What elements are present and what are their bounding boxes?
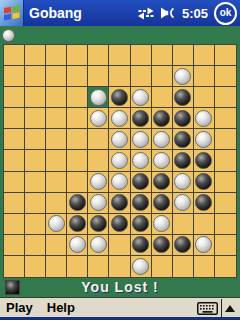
board-cell[interactable] xyxy=(67,66,88,87)
board-cell[interactable] xyxy=(131,235,152,256)
white-stone xyxy=(153,152,170,169)
board-cell[interactable] xyxy=(215,235,236,256)
app-title: Gobang xyxy=(29,0,82,26)
board-cell[interactable] xyxy=(88,150,109,171)
start-menu-button[interactable] xyxy=(0,0,24,26)
menu-play[interactable]: Play xyxy=(6,300,33,315)
board-cell[interactable] xyxy=(88,66,109,87)
board-cell[interactable] xyxy=(4,87,25,108)
board-cell[interactable] xyxy=(46,87,67,108)
board-cell[interactable] xyxy=(46,129,67,150)
board-cell[interactable] xyxy=(88,235,109,256)
board-grid xyxy=(3,44,237,278)
black-stone xyxy=(174,110,191,127)
white-stone xyxy=(90,89,107,106)
white-stone xyxy=(111,173,128,190)
white-stone xyxy=(174,68,191,85)
board-cell[interactable] xyxy=(194,108,215,129)
board-cell[interactable] xyxy=(152,172,173,193)
black-stone xyxy=(174,152,191,169)
board-cell[interactable] xyxy=(4,66,25,87)
black-stone xyxy=(153,236,170,253)
white-stone xyxy=(90,194,107,211)
menu-help[interactable]: Help xyxy=(47,300,75,315)
black-stone xyxy=(195,194,212,211)
ok-button[interactable]: ok xyxy=(214,2,237,25)
board-cell[interactable] xyxy=(25,256,46,277)
board-cell[interactable] xyxy=(131,108,152,129)
board-cell[interactable] xyxy=(88,193,109,214)
game-area: You Lost ! xyxy=(0,26,240,297)
board-cell[interactable] xyxy=(67,172,88,193)
board-cell[interactable] xyxy=(131,66,152,87)
board-cell[interactable] xyxy=(109,87,130,108)
board-cell[interactable] xyxy=(4,214,25,235)
white-stone xyxy=(153,215,170,232)
menubar-divider xyxy=(221,299,222,317)
board-cell[interactable] xyxy=(88,172,109,193)
speaker-icon[interactable] xyxy=(161,6,176,20)
board-cell[interactable] xyxy=(173,150,194,171)
black-stone xyxy=(111,89,128,106)
white-stone xyxy=(195,110,212,127)
black-stone xyxy=(195,173,212,190)
board-cell[interactable] xyxy=(4,256,25,277)
board-cell[interactable] xyxy=(109,66,130,87)
board-cell[interactable] xyxy=(67,256,88,277)
white-stone xyxy=(132,131,149,148)
board-cell[interactable] xyxy=(215,129,236,150)
black-stone xyxy=(132,215,149,232)
input-panel-caret-icon[interactable] xyxy=(225,305,235,312)
board-cell[interactable] xyxy=(194,87,215,108)
board-cell[interactable] xyxy=(215,87,236,108)
black-stone xyxy=(132,194,149,211)
board-cell[interactable] xyxy=(25,193,46,214)
windows-flag-icon xyxy=(3,5,21,21)
board-cell[interactable] xyxy=(152,150,173,171)
black-stone xyxy=(195,152,212,169)
board-cell[interactable] xyxy=(152,193,173,214)
board-cell[interactable] xyxy=(88,45,109,66)
board-cell[interactable] xyxy=(215,150,236,171)
white-stone xyxy=(153,131,170,148)
white-stone xyxy=(111,131,128,148)
board-cell[interactable] xyxy=(46,66,67,87)
board-cell[interactable] xyxy=(215,193,236,214)
white-stone xyxy=(111,152,128,169)
white-stone xyxy=(132,258,149,275)
white-stone xyxy=(48,215,65,232)
board-cell[interactable] xyxy=(109,235,130,256)
board-cell[interactable] xyxy=(4,150,25,171)
board-cell[interactable] xyxy=(131,214,152,235)
black-stone xyxy=(69,215,86,232)
white-stone xyxy=(90,110,107,127)
board-cell[interactable] xyxy=(215,108,236,129)
board-cell[interactable] xyxy=(173,66,194,87)
black-stone xyxy=(90,215,107,232)
board-cell[interactable] xyxy=(131,256,152,277)
navbar: Gobang 5:05 ok xyxy=(0,0,240,26)
board-cell[interactable] xyxy=(131,172,152,193)
board-cell[interactable] xyxy=(109,129,130,150)
board-cell[interactable] xyxy=(67,45,88,66)
black-stone xyxy=(69,194,86,211)
board-cell[interactable] xyxy=(152,129,173,150)
board-cell[interactable] xyxy=(67,193,88,214)
board-cell[interactable] xyxy=(173,235,194,256)
board-cell[interactable] xyxy=(173,129,194,150)
board-cell[interactable] xyxy=(215,256,236,277)
board-cell[interactable] xyxy=(109,108,130,129)
board-cell[interactable] xyxy=(109,45,130,66)
black-stone xyxy=(174,89,191,106)
black-stone xyxy=(153,194,170,211)
board-cell[interactable] xyxy=(194,129,215,150)
white-stone xyxy=(90,236,107,253)
board-cell[interactable] xyxy=(109,172,130,193)
black-stone xyxy=(153,110,170,127)
board-cell[interactable] xyxy=(67,214,88,235)
white-stone xyxy=(69,236,86,253)
board-cell[interactable] xyxy=(152,45,173,66)
board-cell[interactable] xyxy=(88,87,109,108)
board-cell[interactable] xyxy=(173,193,194,214)
board-cell[interactable] xyxy=(131,129,152,150)
board-cell[interactable] xyxy=(67,87,88,108)
board-cell[interactable] xyxy=(4,108,25,129)
board-cell[interactable] xyxy=(194,193,215,214)
black-stone xyxy=(174,236,191,253)
board-cell[interactable] xyxy=(67,129,88,150)
board-cell[interactable] xyxy=(173,87,194,108)
white-stone xyxy=(195,236,212,253)
board-cell[interactable] xyxy=(88,256,109,277)
board-cell[interactable] xyxy=(25,108,46,129)
board-cell[interactable] xyxy=(46,172,67,193)
board-cell[interactable] xyxy=(46,45,67,66)
board-cell[interactable] xyxy=(173,214,194,235)
board-cell[interactable] xyxy=(88,214,109,235)
status-bar: You Lost ! xyxy=(0,278,240,297)
board-cell[interactable] xyxy=(109,214,130,235)
board-cell[interactable] xyxy=(46,256,67,277)
white-stone xyxy=(111,110,128,127)
white-stone xyxy=(174,194,191,211)
black-stone xyxy=(132,236,149,253)
black-stone xyxy=(153,173,170,190)
board-cell[interactable] xyxy=(131,87,152,108)
board-cell[interactable] xyxy=(4,193,25,214)
board-cell[interactable] xyxy=(194,256,215,277)
board-cell[interactable] xyxy=(25,45,46,66)
board-cell[interactable] xyxy=(4,172,25,193)
black-stone xyxy=(174,131,191,148)
status-message: You Lost ! xyxy=(0,278,240,297)
board-cell[interactable] xyxy=(173,172,194,193)
board-cell[interactable] xyxy=(25,129,46,150)
board-cell[interactable] xyxy=(194,66,215,87)
computer-side-white-stone-indicator xyxy=(2,29,15,42)
board-cell[interactable] xyxy=(152,108,173,129)
black-stone xyxy=(132,110,149,127)
board-cell[interactable] xyxy=(25,172,46,193)
board-cell[interactable] xyxy=(173,108,194,129)
board-cell[interactable] xyxy=(109,193,130,214)
white-stone xyxy=(132,89,149,106)
board-cell[interactable] xyxy=(131,45,152,66)
board-cell[interactable] xyxy=(152,66,173,87)
board-cell[interactable] xyxy=(67,235,88,256)
board-cell[interactable] xyxy=(215,172,236,193)
black-stone xyxy=(111,215,128,232)
board-cell[interactable] xyxy=(194,45,215,66)
board-cell[interactable] xyxy=(152,214,173,235)
board-cell[interactable] xyxy=(109,150,130,171)
white-stone xyxy=(195,131,212,148)
black-stone xyxy=(132,173,149,190)
board-cell[interactable] xyxy=(88,129,109,150)
board-cell[interactable] xyxy=(215,45,236,66)
board-cell[interactable] xyxy=(152,87,173,108)
board-cell[interactable] xyxy=(88,108,109,129)
board-cell[interactable] xyxy=(194,235,215,256)
board-cell[interactable] xyxy=(46,108,67,129)
board-cell[interactable] xyxy=(46,214,67,235)
clock[interactable]: 5:05 xyxy=(182,6,208,21)
board-cell[interactable] xyxy=(25,66,46,87)
connectivity-arrows-icon[interactable] xyxy=(137,7,155,20)
white-stone xyxy=(90,173,107,190)
board-cell[interactable] xyxy=(131,193,152,214)
board-cell[interactable] xyxy=(67,150,88,171)
board-cell[interactable] xyxy=(25,214,46,235)
board-cell[interactable] xyxy=(173,256,194,277)
white-stone xyxy=(132,152,149,169)
board-cell[interactable] xyxy=(215,214,236,235)
board-cell[interactable] xyxy=(25,235,46,256)
board-cell[interactable] xyxy=(131,150,152,171)
white-stone xyxy=(174,173,191,190)
menubar: Play Help xyxy=(0,297,240,317)
board-cell[interactable] xyxy=(46,193,67,214)
board-cell[interactable] xyxy=(25,150,46,171)
board-cell[interactable] xyxy=(46,150,67,171)
board-cell[interactable] xyxy=(109,256,130,277)
board-cell[interactable] xyxy=(67,108,88,129)
board-cell[interactable] xyxy=(215,66,236,87)
board-cell[interactable] xyxy=(173,45,194,66)
board-cell[interactable] xyxy=(194,150,215,171)
board-cell[interactable] xyxy=(4,129,25,150)
board-cell[interactable] xyxy=(46,235,67,256)
board-cell[interactable] xyxy=(4,45,25,66)
board-cell[interactable] xyxy=(152,256,173,277)
board-cell[interactable] xyxy=(194,214,215,235)
board-cell[interactable] xyxy=(152,235,173,256)
board-cell[interactable] xyxy=(194,172,215,193)
board-cell[interactable] xyxy=(25,87,46,108)
board-cell[interactable] xyxy=(4,235,25,256)
black-stone xyxy=(111,194,128,211)
